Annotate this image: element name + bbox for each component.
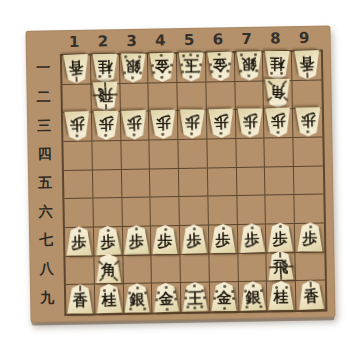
shogi-piece-歩-top[interactable]: 歩	[265, 108, 292, 138]
board-cell-8-2[interactable]: 角	[264, 81, 293, 110]
move-mark	[104, 82, 106, 88]
board-cell-8-3[interactable]: 歩	[264, 109, 293, 138]
piece-glyph: 歩	[210, 233, 236, 248]
board-cell-7-3[interactable]: 歩	[236, 110, 265, 139]
piece-glyph: 歩	[64, 116, 90, 132]
board-cell-8-8[interactable]: 飛	[267, 253, 296, 282]
move-mark	[309, 281, 311, 287]
board-grid: 香桂銀金玉金銀桂香飛角歩歩歩歩歩歩歩歩歩歩歩歩歩歩歩歩歩歩角飛香桂銀金王金銀桂香	[60, 49, 328, 316]
shogi-piece-銀-bottom[interactable]: 銀	[125, 283, 151, 312]
shogi-piece-銀-top[interactable]: 銀	[235, 51, 262, 80]
piece-glyph: 歩	[123, 234, 149, 249]
board-cell-6-4[interactable]	[207, 139, 236, 168]
board-cell-5-4[interactable]	[179, 140, 208, 169]
board-cell-4-7[interactable]: 歩	[151, 226, 180, 255]
shogi-piece-桂-top[interactable]: 桂	[92, 54, 119, 83]
board-cell-4-4[interactable]	[150, 140, 179, 169]
move-mark	[143, 307, 146, 310]
piece-glyph: 歩	[297, 231, 323, 246]
board-cell-9-1[interactable]: 香	[292, 52, 321, 81]
shogi-piece-歩-top[interactable]: 歩	[237, 109, 263, 138]
shogi-piece-飛-bottom[interactable]: 飛	[267, 251, 294, 281]
move-mark	[202, 289, 205, 292]
board-cell-8-1[interactable]: 桂	[263, 52, 292, 81]
board-cell-6-3[interactable]: 歩	[207, 110, 236, 139]
board-cell-5-5[interactable]	[179, 168, 208, 197]
move-mark	[194, 307, 197, 310]
move-mark	[136, 286, 139, 289]
move-mark	[144, 291, 147, 294]
shogi-piece-角-top[interactable]: 角	[265, 79, 292, 108]
shogi-piece-歩-bottom[interactable]: 歩	[267, 222, 294, 251]
piece-glyph: 歩	[265, 113, 292, 129]
move-mark	[201, 305, 204, 308]
shogi-piece-桂-bottom[interactable]: 桂	[268, 280, 294, 309]
board-cell-4-3[interactable]: 歩	[149, 111, 178, 140]
board-cell-2-1[interactable]: 桂	[91, 55, 120, 84]
shogi-piece-歩-top[interactable]: 歩	[93, 111, 119, 140]
board-cell-6-6[interactable]	[208, 196, 237, 225]
shogi-piece-角-bottom[interactable]: 角	[95, 254, 121, 283]
board-cell-9-9[interactable]: 香	[296, 281, 325, 310]
board-cell-7-9[interactable]: 銀	[239, 282, 268, 311]
board-cell-7-7[interactable]: 歩	[238, 224, 267, 253]
board-cell-3-9[interactable]: 銀	[123, 284, 152, 313]
board-cell-5-2[interactable]	[178, 82, 207, 111]
board-cell-9-2[interactable]	[293, 80, 322, 109]
board-cell-5-9[interactable]: 王	[181, 283, 210, 312]
board-cell-7-1[interactable]: 銀	[235, 53, 264, 82]
piece-glyph: 歩	[179, 114, 205, 129]
board-cell-7-2[interactable]	[235, 81, 264, 110]
shogi-piece-王-bottom[interactable]: 王	[182, 282, 209, 311]
board-cell-7-8[interactable]	[238, 253, 267, 282]
move-mark	[193, 285, 196, 288]
move-mark	[75, 76, 77, 82]
move-mark	[213, 296, 216, 299]
piece-glyph: 桂	[268, 289, 294, 304]
page-background: 123456789 一二三四五六七八九 香桂銀金玉金銀桂香飛角歩歩歩歩歩歩歩歩歩…	[0, 0, 350, 350]
shogi-piece-歩-top[interactable]: 歩	[121, 110, 148, 140]
shogi-piece-飛-top[interactable]: 飛	[92, 82, 119, 112]
move-mark	[106, 228, 109, 231]
board-cell-1-8[interactable]	[65, 256, 94, 285]
board-cell-8-9[interactable]: 桂	[267, 281, 296, 310]
shogi-piece-桂-top[interactable]: 桂	[264, 51, 290, 80]
board-cell-3-8[interactable]	[123, 255, 152, 284]
piece-glyph: 桂	[96, 292, 122, 308]
move-mark	[214, 289, 217, 292]
board-cell-2-9[interactable]: 桂	[95, 284, 124, 313]
shogi-piece-香-top[interactable]: 香	[62, 54, 89, 84]
shogi-piece-金-top[interactable]: 金	[206, 51, 233, 81]
board-cell-9-6[interactable]	[295, 195, 324, 224]
shogi-piece-金-top[interactable]: 金	[149, 52, 176, 82]
rank-label-4: 四	[27, 140, 61, 169]
move-mark	[164, 285, 167, 288]
piece-glyph: 桂	[92, 59, 118, 74]
move-mark	[186, 290, 189, 293]
board-cell-5-6[interactable]	[180, 197, 209, 226]
shogi-piece-歩-bottom[interactable]: 歩	[210, 224, 236, 253]
board-cell-9-4[interactable]	[294, 138, 323, 167]
piece-glyph: 歩	[66, 235, 92, 250]
piece-glyph: 歩	[95, 234, 122, 250]
shogi-piece-歩-top[interactable]: 歩	[64, 111, 91, 141]
piece-glyph: 角	[95, 263, 121, 278]
piece-glyph: 歩	[267, 231, 293, 246]
shogi-piece-玉-top[interactable]: 玉	[178, 52, 204, 81]
board-cell-2-7[interactable]: 歩	[94, 227, 123, 256]
move-mark	[308, 225, 311, 228]
board-cell-3-7[interactable]: 歩	[122, 227, 151, 256]
piece-glyph: 香	[293, 55, 319, 71]
move-mark	[244, 305, 247, 308]
board-cell-7-6[interactable]	[237, 196, 266, 225]
move-mark	[251, 284, 254, 287]
piece-glyph: 歩	[150, 115, 176, 130]
rank-label-8: 八	[29, 255, 63, 284]
board-cell-6-1[interactable]: 金	[206, 53, 235, 82]
rank-label-1: 一	[26, 54, 60, 83]
shogi-piece-金-bottom[interactable]: 金	[211, 281, 237, 310]
board-cell-9-8[interactable]	[296, 252, 325, 281]
move-mark	[157, 290, 160, 293]
board-cell-8-7[interactable]: 歩	[266, 224, 295, 253]
shogi-piece-歩-bottom[interactable]: 歩	[152, 225, 178, 254]
board-cell-1-2[interactable]	[62, 84, 91, 113]
move-mark	[232, 296, 235, 299]
rank-label-6: 六	[28, 197, 62, 226]
shogi-piece-歩-bottom[interactable]: 歩	[297, 222, 323, 251]
shogi-board: 123456789 一二三四五六七八九 香桂銀金玉金銀桂香飛角歩歩歩歩歩歩歩歩歩…	[25, 25, 335, 322]
move-mark	[105, 104, 107, 110]
file-label-5: 5	[175, 28, 204, 52]
board-cell-7-5[interactable]	[237, 167, 266, 196]
piece-glyph: 歩	[152, 234, 178, 249]
board-cell-1-5[interactable]	[64, 170, 93, 199]
move-mark	[135, 228, 138, 231]
shogi-piece-銀-top[interactable]: 銀	[120, 53, 146, 82]
move-mark	[129, 307, 132, 310]
board-cell-1-3[interactable]: 歩	[63, 113, 92, 142]
shogi-piece-歩-bottom[interactable]: 歩	[238, 223, 265, 253]
board-cell-4-6[interactable]	[151, 197, 180, 226]
move-mark	[250, 226, 253, 229]
move-mark	[184, 297, 187, 300]
move-mark	[77, 229, 80, 232]
shogi-piece-歩-top[interactable]: 歩	[207, 109, 234, 139]
board-cell-4-5[interactable]	[150, 169, 179, 198]
file-label-6: 6	[203, 27, 232, 51]
move-mark	[285, 285, 288, 288]
shogi-piece-香-bottom[interactable]: 香	[67, 284, 93, 313]
board-cell-5-3[interactable]: 歩	[178, 111, 207, 140]
board-cell-3-5[interactable]	[121, 169, 150, 198]
board-cell-4-1[interactable]: 金	[148, 54, 177, 83]
board-cell-9-7[interactable]: 歩	[295, 223, 324, 252]
file-label-8: 8	[261, 26, 290, 50]
move-mark	[275, 285, 278, 288]
board-cell-3-6[interactable]	[122, 198, 151, 227]
piece-glyph: 歩	[121, 115, 148, 131]
piece-glyph: 歩	[237, 114, 263, 129]
file-label-2: 2	[88, 29, 117, 53]
shogi-piece-銀-bottom[interactable]: 銀	[239, 281, 266, 311]
rank-label-2: 二	[26, 83, 60, 112]
board-cell-1-1[interactable]: 香	[62, 56, 91, 85]
piece-glyph: 香	[67, 293, 93, 308]
move-mark	[192, 227, 195, 230]
piece-glyph: 香	[63, 59, 90, 75]
board-cell-6-2[interactable]	[206, 82, 235, 111]
shogi-piece-歩-top[interactable]: 歩	[294, 107, 321, 136]
board-cell-8-4[interactable]	[265, 138, 294, 167]
board-cell-9-5[interactable]	[294, 166, 323, 195]
piece-glyph: 銀	[125, 292, 151, 307]
move-mark	[112, 288, 115, 291]
shogi-piece-金-bottom[interactable]: 金	[153, 282, 180, 312]
board-cell-4-9[interactable]: 金	[152, 283, 181, 312]
move-mark	[128, 291, 131, 294]
shogi-piece-桂-bottom[interactable]: 桂	[95, 283, 122, 313]
move-mark	[165, 307, 168, 310]
board-cell-8-5[interactable]	[265, 167, 294, 196]
piece-glyph: 桂	[264, 56, 290, 71]
piece-glyph: 歩	[208, 114, 234, 130]
shogi-piece-歩-top[interactable]: 歩	[150, 110, 177, 139]
move-mark	[279, 225, 282, 228]
move-mark	[258, 304, 261, 307]
board-cell-5-7[interactable]: 歩	[180, 225, 209, 254]
board-cell-3-2[interactable]	[120, 83, 149, 112]
move-mark	[306, 72, 308, 78]
shogi-piece-香-bottom[interactable]: 香	[297, 280, 324, 310]
board-cell-1-7[interactable]: 歩	[65, 228, 94, 257]
board-cell-2-2[interactable]: 飛	[91, 84, 120, 113]
rank-label-9: 九	[30, 283, 64, 312]
shogi-piece-歩-bottom[interactable]: 歩	[66, 226, 92, 255]
board-cell-1-9[interactable]: 香	[66, 285, 95, 314]
shogi-piece-香-top[interactable]: 香	[293, 50, 320, 80]
move-mark	[222, 284, 225, 287]
move-mark	[203, 296, 206, 299]
piece-glyph: 歩	[181, 233, 207, 249]
board-cell-6-8[interactable]	[209, 254, 238, 283]
move-mark	[259, 288, 262, 291]
file-label-9: 9	[290, 26, 319, 50]
board-cell-3-3[interactable]: 歩	[120, 112, 149, 141]
file-label-7: 7	[232, 27, 261, 51]
shogi-piece-歩-top[interactable]: 歩	[179, 109, 205, 138]
move-mark	[173, 290, 176, 293]
move-mark	[164, 227, 167, 230]
board-cell-6-5[interactable]	[208, 168, 237, 197]
move-mark	[102, 288, 105, 291]
file-label-4: 4	[146, 28, 175, 52]
move-mark	[221, 226, 224, 229]
board-cell-1-4[interactable]	[63, 142, 92, 171]
file-label-1: 1	[59, 30, 88, 54]
board-cell-5-8[interactable]	[181, 254, 210, 283]
board-cell-2-6[interactable]	[93, 198, 122, 227]
piece-glyph: 歩	[93, 116, 119, 131]
rank-label-5: 五	[28, 169, 62, 198]
move-mark	[243, 289, 246, 292]
piece-glyph: 歩	[295, 112, 321, 127]
piece-glyph: 香	[298, 288, 325, 304]
board-cell-2-5[interactable]	[93, 170, 122, 199]
shogi-piece-歩-bottom[interactable]: 歩	[123, 225, 150, 254]
board-cell-1-6[interactable]	[64, 199, 93, 228]
board-cell-2-3[interactable]: 歩	[92, 112, 121, 141]
board-cell-8-6[interactable]	[266, 195, 295, 224]
board-cell-3-1[interactable]: 銀	[119, 55, 148, 84]
board-cell-5-1[interactable]: 玉	[177, 54, 206, 83]
move-mark	[79, 285, 81, 291]
board-cell-6-9[interactable]: 金	[210, 282, 239, 311]
rank-label-3: 三	[27, 111, 61, 140]
piece-glyph: 歩	[238, 232, 265, 248]
shogi-piece-歩-bottom[interactable]: 歩	[181, 224, 208, 254]
move-mark	[230, 289, 233, 292]
file-label-3: 3	[117, 29, 146, 53]
board-cell-9-3[interactable]: 歩	[293, 109, 322, 138]
shogi-piece-歩-bottom[interactable]: 歩	[94, 225, 121, 255]
board-cell-2-4[interactable]	[92, 141, 121, 170]
board-cell-7-4[interactable]	[236, 139, 265, 168]
move-mark	[187, 306, 190, 309]
rank-label-7: 七	[29, 226, 63, 255]
board-cell-2-8[interactable]: 角	[94, 256, 123, 285]
board-cell-4-8[interactable]	[152, 255, 181, 284]
board-cell-4-2[interactable]	[149, 83, 178, 112]
board-cell-3-4[interactable]	[121, 141, 150, 170]
rank-coordinates: 一二三四五六七八九	[26, 54, 64, 313]
move-mark	[222, 306, 225, 309]
board-cell-6-7[interactable]: 歩	[209, 225, 238, 254]
